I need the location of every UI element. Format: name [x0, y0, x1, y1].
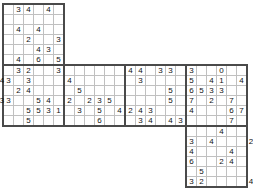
- empty-cell[interactable]: [207, 147, 216, 156]
- empty-cell[interactable]: [34, 76, 43, 85]
- empty-cell[interactable]: [14, 116, 23, 125]
- empty-cell[interactable]: [4, 25, 13, 34]
- empty-cell[interactable]: [207, 106, 216, 115]
- empty-cell[interactable]: [207, 157, 216, 166]
- empty-cell[interactable]: [176, 86, 185, 95]
- empty-cell[interactable]: [217, 96, 226, 105]
- empty-cell[interactable]: [34, 15, 43, 24]
- empty-cell[interactable]: [65, 116, 74, 125]
- given-digit-cell: 3: [14, 5, 23, 14]
- empty-cell[interactable]: [227, 137, 236, 146]
- empty-cell[interactable]: [237, 167, 246, 176]
- given-digit-cell: 3: [54, 66, 63, 75]
- given-digit-cell: 3: [217, 86, 226, 95]
- given-digit-cell: 4: [217, 127, 226, 136]
- empty-cell[interactable]: [54, 15, 63, 24]
- empty-cell[interactable]: [197, 127, 206, 136]
- empty-cell[interactable]: [54, 86, 63, 95]
- empty-cell[interactable]: [126, 96, 135, 105]
- empty-cell[interactable]: [54, 76, 63, 85]
- empty-cell[interactable]: [14, 106, 23, 115]
- empty-cell[interactable]: [44, 25, 53, 34]
- empty-cell[interactable]: [115, 76, 124, 85]
- empty-cell[interactable]: [65, 66, 74, 75]
- empty-cell[interactable]: [4, 116, 13, 125]
- empty-cell[interactable]: [54, 25, 63, 34]
- empty-cell[interactable]: [95, 66, 104, 75]
- given-digit-cell: 5: [34, 96, 43, 105]
- empty-cell[interactable]: [75, 76, 84, 85]
- box-band-4: 30541465337274677: [185, 64, 248, 127]
- empty-cell[interactable]: [217, 147, 226, 156]
- empty-cell[interactable]: [95, 76, 104, 85]
- empty-cell[interactable]: [176, 106, 185, 115]
- given-digit-cell: 5: [187, 76, 196, 85]
- given-digit-cell: 3: [187, 137, 196, 146]
- empty-cell[interactable]: [197, 96, 206, 105]
- empty-cell[interactable]: [146, 76, 155, 85]
- empty-cell[interactable]: [54, 116, 63, 125]
- empty-cell[interactable]: [197, 106, 206, 115]
- given-digit-cell: 1: [217, 76, 226, 85]
- empty-cell[interactable]: [217, 177, 226, 186]
- empty-cell[interactable]: [105, 76, 114, 85]
- empty-cell[interactable]: [44, 76, 53, 85]
- empty-cell[interactable]: [24, 25, 33, 34]
- given-digit-cell: 4: [166, 116, 175, 125]
- empty-cell[interactable]: [4, 15, 13, 24]
- empty-cell[interactable]: [166, 76, 175, 85]
- empty-cell[interactable]: [176, 76, 185, 85]
- given-digit-cell: 3: [75, 106, 84, 115]
- exterior-clue-left-band-row4: 3: [0, 96, 5, 105]
- given-digit-cell: 3: [146, 106, 155, 115]
- empty-cell[interactable]: [115, 86, 124, 95]
- empty-cell[interactable]: [4, 66, 13, 75]
- empty-cell[interactable]: [146, 66, 155, 75]
- empty-cell[interactable]: [105, 106, 114, 115]
- given-digit-cell: 3: [207, 86, 216, 95]
- empty-cell[interactable]: [237, 127, 246, 136]
- empty-cell[interactable]: [54, 5, 63, 14]
- empty-cell[interactable]: [156, 96, 165, 105]
- given-digit-cell: 6: [187, 157, 196, 166]
- empty-cell[interactable]: [115, 66, 124, 75]
- empty-cell[interactable]: [197, 76, 206, 85]
- given-digit-cell: 4: [115, 106, 124, 115]
- empty-cell[interactable]: [65, 106, 74, 115]
- empty-cell[interactable]: [217, 106, 226, 115]
- given-digit-cell: 4: [24, 5, 33, 14]
- empty-cell[interactable]: [75, 66, 84, 75]
- empty-cell[interactable]: [197, 137, 206, 146]
- empty-cell[interactable]: [227, 76, 236, 85]
- given-digit-cell: 2: [24, 66, 33, 75]
- given-digit-cell: 5: [34, 106, 43, 115]
- empty-cell[interactable]: [227, 167, 236, 176]
- empty-cell[interactable]: [207, 66, 216, 75]
- empty-cell[interactable]: [146, 86, 155, 95]
- given-digit-cell: 4: [227, 147, 236, 156]
- given-digit-cell: 5: [24, 116, 33, 125]
- given-digit-cell: 3: [156, 66, 165, 75]
- empty-cell[interactable]: [217, 116, 226, 125]
- given-digit-cell: 4: [187, 106, 196, 115]
- given-digit-cell: 3: [54, 35, 63, 44]
- given-digit-cell: 6: [187, 86, 196, 95]
- given-digit-cell: 4: [24, 86, 33, 95]
- empty-cell[interactable]: [105, 66, 114, 75]
- empty-cell[interactable]: [156, 116, 165, 125]
- empty-cell[interactable]: [4, 35, 13, 44]
- empty-cell[interactable]: [4, 55, 13, 64]
- empty-cell[interactable]: [187, 127, 196, 136]
- empty-cell[interactable]: [24, 15, 33, 24]
- empty-cell[interactable]: [4, 106, 13, 115]
- empty-cell[interactable]: [227, 177, 236, 186]
- given-digit-cell: 3: [136, 116, 145, 125]
- given-digit-cell: 5: [197, 167, 206, 176]
- empty-cell[interactable]: [197, 147, 206, 156]
- empty-cell[interactable]: [166, 106, 175, 115]
- given-digit-cell: 4: [146, 116, 155, 125]
- empty-cell[interactable]: [105, 116, 114, 125]
- empty-cell[interactable]: [207, 127, 216, 136]
- empty-cell[interactable]: [176, 66, 185, 75]
- empty-cell[interactable]: [44, 35, 53, 44]
- given-digit-cell: 4: [34, 25, 43, 34]
- empty-cell[interactable]: [156, 106, 165, 115]
- empty-cell[interactable]: [115, 96, 124, 105]
- given-digit-cell: 5: [95, 106, 104, 115]
- empty-cell[interactable]: [227, 66, 236, 75]
- given-digit-cell: 4: [14, 55, 23, 64]
- given-digit-cell: 4: [207, 137, 216, 146]
- empty-cell[interactable]: [85, 66, 94, 75]
- empty-cell[interactable]: [4, 5, 13, 14]
- empty-cell[interactable]: [207, 116, 216, 125]
- empty-cell[interactable]: [237, 147, 246, 156]
- given-digit-cell: 3: [187, 177, 196, 186]
- given-digit-cell: 4: [187, 147, 196, 156]
- empty-cell[interactable]: [126, 116, 135, 125]
- empty-cell[interactable]: [75, 96, 84, 105]
- empty-cell[interactable]: [156, 86, 165, 95]
- given-digit-cell: 2: [207, 96, 216, 105]
- given-digit-cell: 5: [24, 106, 33, 115]
- empty-cell[interactable]: [85, 76, 94, 85]
- empty-cell[interactable]: [54, 45, 63, 54]
- given-digit-cell: 0: [217, 66, 226, 75]
- puzzle-board: 344442343465 323332435455315 4522353546 …: [0, 0, 253, 190]
- empty-cell[interactable]: [126, 86, 135, 95]
- given-digit-cell: 4: [65, 76, 74, 85]
- given-digit-cell: 6: [95, 116, 104, 125]
- given-digit-cell: 3: [24, 76, 33, 85]
- empty-cell[interactable]: [187, 116, 196, 125]
- given-digit-cell: 3: [4, 76, 13, 85]
- given-digit-cell: 2: [65, 96, 74, 105]
- empty-cell[interactable]: [136, 86, 145, 95]
- empty-cell[interactable]: [85, 86, 94, 95]
- given-digit-cell: 3: [44, 106, 53, 115]
- empty-cell[interactable]: [176, 96, 185, 105]
- empty-cell[interactable]: [197, 157, 206, 166]
- given-digit-cell: 4: [136, 66, 145, 75]
- empty-cell[interactable]: [4, 45, 13, 54]
- empty-cell[interactable]: [187, 167, 196, 176]
- box-band-1: 323332435455315: [2, 64, 65, 127]
- empty-cell[interactable]: [14, 96, 23, 105]
- empty-cell[interactable]: [237, 116, 246, 125]
- given-digit-cell: 3: [176, 116, 185, 125]
- empty-cell[interactable]: [126, 76, 135, 85]
- empty-cell[interactable]: [197, 66, 206, 75]
- empty-cell[interactable]: [44, 116, 53, 125]
- empty-cell[interactable]: [54, 96, 63, 105]
- empty-cell[interactable]: [65, 86, 74, 95]
- empty-cell[interactable]: [34, 5, 43, 14]
- empty-cell[interactable]: [237, 96, 246, 105]
- empty-cell[interactable]: [14, 35, 23, 44]
- empty-cell[interactable]: [156, 76, 165, 85]
- given-digit-cell: 5: [166, 86, 175, 95]
- given-digit-cell: 3: [136, 76, 145, 85]
- empty-cell[interactable]: [217, 167, 226, 176]
- given-digit-cell: 3: [95, 96, 104, 105]
- empty-cell[interactable]: [105, 86, 114, 95]
- empty-cell[interactable]: [237, 66, 246, 75]
- empty-cell[interactable]: [95, 86, 104, 95]
- given-digit-cell: 7: [227, 96, 236, 105]
- box-band-2: 4522353546: [63, 64, 126, 127]
- empty-cell[interactable]: [34, 35, 43, 44]
- given-digit-cell: 7: [237, 106, 246, 115]
- given-digit-cell: 3: [14, 66, 23, 75]
- given-digit-cell: 2: [24, 35, 33, 44]
- empty-cell[interactable]: [237, 177, 246, 186]
- empty-cell[interactable]: [14, 15, 23, 24]
- given-digit-cell: 2: [14, 86, 23, 95]
- empty-cell[interactable]: [207, 177, 216, 186]
- given-digit-cell: 1: [54, 106, 63, 115]
- empty-cell[interactable]: [44, 15, 53, 24]
- given-digit-cell: 2: [217, 157, 226, 166]
- box-bottom-right: 43444624532: [185, 125, 248, 188]
- given-digit-cell: 4: [126, 66, 135, 75]
- empty-cell[interactable]: [237, 86, 246, 95]
- given-digit-cell: 3: [166, 66, 175, 75]
- given-digit-cell: 6: [227, 106, 236, 115]
- empty-cell[interactable]: [14, 45, 23, 54]
- empty-cell[interactable]: [44, 86, 53, 95]
- given-digit-cell: 5: [105, 96, 114, 105]
- empty-cell[interactable]: [14, 76, 23, 85]
- given-digit-cell: 3: [44, 45, 53, 54]
- given-digit-cell: 3: [187, 66, 196, 75]
- given-digit-cell: 4: [136, 106, 145, 115]
- empty-cell[interactable]: [207, 167, 216, 176]
- empty-cell[interactable]: [34, 86, 43, 95]
- given-digit-cell: 7: [227, 116, 236, 125]
- empty-cell[interactable]: [24, 96, 33, 105]
- empty-cell[interactable]: [136, 96, 145, 105]
- empty-cell[interactable]: [85, 116, 94, 125]
- empty-cell[interactable]: [34, 66, 43, 75]
- given-digit-cell: 7: [187, 96, 196, 105]
- given-digit-cell: 2: [85, 96, 94, 105]
- given-digit-cell: 5: [75, 86, 84, 95]
- empty-cell[interactable]: [75, 116, 84, 125]
- empty-cell[interactable]: [4, 86, 13, 95]
- given-digit-cell: 4: [44, 96, 53, 105]
- given-digit-cell: 4: [14, 25, 23, 34]
- given-digit-cell: 5: [166, 96, 175, 105]
- given-digit-cell: 5: [54, 55, 63, 64]
- empty-cell[interactable]: [85, 106, 94, 115]
- empty-cell[interactable]: [227, 86, 236, 95]
- given-digit-cell: 2: [197, 177, 206, 186]
- given-digit-cell: 5: [197, 86, 206, 95]
- given-digit-cell: 4: [237, 76, 246, 85]
- empty-cell[interactable]: [44, 55, 53, 64]
- given-digit-cell: 4: [34, 45, 43, 54]
- given-digit-cell: 6: [34, 55, 43, 64]
- given-digit-cell: 4: [207, 76, 216, 85]
- empty-cell[interactable]: [34, 116, 43, 125]
- given-digit-cell: 2: [126, 106, 135, 115]
- empty-cell[interactable]: [227, 127, 236, 136]
- empty-cell[interactable]: [24, 55, 33, 64]
- given-digit-cell: 4: [44, 5, 53, 14]
- empty-cell[interactable]: [197, 116, 206, 125]
- empty-cell[interactable]: [44, 66, 53, 75]
- empty-cell[interactable]: [115, 116, 124, 125]
- given-digit-cell: 3: [4, 96, 13, 105]
- empty-cell[interactable]: [217, 137, 226, 146]
- exterior-clue-left-band-row2: 4: [0, 76, 5, 85]
- box-top-left: 344442343465: [2, 3, 65, 66]
- empty-cell[interactable]: [237, 157, 246, 166]
- empty-cell[interactable]: [237, 137, 246, 146]
- exterior-clue-right-box-row2: 2: [248, 137, 253, 146]
- box-band-3: 44333552433443: [124, 64, 187, 127]
- given-digit-cell: 4: [227, 157, 236, 166]
- exterior-clue-right-box-row6: 4: [248, 177, 253, 186]
- empty-cell[interactable]: [24, 45, 33, 54]
- empty-cell[interactable]: [146, 96, 155, 105]
